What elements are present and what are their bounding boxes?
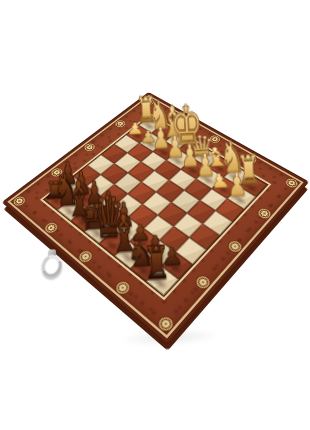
medallion-ornament-icon: [114, 119, 128, 128]
medallion-ornament-icon: [194, 274, 212, 290]
medallion-ornament-icon: [77, 249, 94, 264]
medallion-ornament-icon: [256, 207, 272, 220]
medallion-ornament-icon: [284, 177, 299, 189]
square-a3[interactable]: [216, 198, 245, 222]
medallion-ornament-icon: [114, 279, 132, 296]
piece-white-pawn-c2[interactable]: ♟: [195, 149, 215, 181]
ornate-border: ♜♞♝♚♛♝♞♜♟♟♟♟♟♟♟♟♟♟♟♟♟♟♟♟♜♞♝♚♛♝♞♜: [7, 95, 303, 338]
metal-clasp: [39, 249, 65, 280]
medallion-ornament-icon: [43, 221, 59, 235]
inner-frame-line: ♜♞♝♚♛♝♞♜♟♟♟♟♟♟♟♟♟♟♟♟♟♟♟♟♜♞♝♚♛♝♞♜: [40, 113, 271, 300]
square-a2[interactable]: ♟: [228, 186, 256, 209]
product-photo-canvas: ♜♞♝♚♛♝♞♜♟♟♟♟♟♟♟♟♟♟♟♟♟♟♟♟♜♞♝♚♛♝♞♜: [0, 0, 310, 430]
clasp-ring-icon: [38, 252, 65, 281]
piece-white-pawn-a2[interactable]: ♟: [227, 168, 248, 202]
medallion-ornament-icon: [227, 239, 244, 254]
medallion-ornament-icon: [83, 142, 97, 152]
square-c4[interactable]: [171, 190, 199, 213]
piece-black-rook-a8[interactable]: ♜: [142, 239, 171, 286]
board-rotation-wrapper: ♜♞♝♚♛♝♞♜♟♟♟♟♟♟♟♟♟♟♟♟♟♟♟♟♜♞♝♚♛♝♞♜: [0, 0, 310, 430]
medallion-ornament-icon: [12, 195, 28, 207]
piece-black-bishop-c8[interactable]: ♝: [107, 207, 140, 260]
medallion-ornament-icon: [156, 314, 175, 332]
chess-board: ♜♞♝♚♛♝♞♜♟♟♟♟♟♟♟♟♟♟♟♟♟♟♟♟♜♞♝♚♛♝♞♜: [3, 93, 308, 344]
